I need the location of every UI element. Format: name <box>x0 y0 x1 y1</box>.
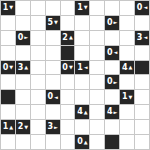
grid-cell[interactable] <box>75 75 89 89</box>
clue-arrow-icon: ◄ <box>84 65 88 70</box>
grid-cell[interactable] <box>31 31 45 45</box>
grid-cell[interactable] <box>46 61 60 75</box>
clue-number: 0 <box>18 34 24 42</box>
black-cell <box>105 135 119 149</box>
clue-number: 4 <box>122 64 128 72</box>
grid-cell[interactable] <box>105 120 119 134</box>
grid-cell[interactable] <box>135 46 149 60</box>
grid-cell[interactable] <box>31 90 45 104</box>
grid-cell[interactable] <box>105 61 119 75</box>
grid-cell[interactable] <box>90 1 104 15</box>
clue-number: 3 <box>137 34 143 42</box>
black-cell <box>1 90 15 104</box>
clue-cell: 2▼ <box>16 120 30 134</box>
grid-cell[interactable] <box>1 46 15 60</box>
grid-cell[interactable] <box>16 90 30 104</box>
clue-number: 1 <box>122 93 128 101</box>
black-cell <box>61 46 75 60</box>
clue-number: 0 <box>3 64 9 72</box>
grid-cell[interactable] <box>135 135 149 149</box>
grid-cell[interactable] <box>31 1 45 15</box>
grid-cell[interactable] <box>46 31 60 45</box>
clue-arrow-icon: ► <box>114 110 118 115</box>
yajilin-board: 1▼1▼0◄5▼0►0►2▲3◄0◄0▼3▲0▼1◄4▲0►0◄1▼4▲4►1▲… <box>0 0 150 150</box>
clue-number: 3 <box>18 64 24 72</box>
clue-arrow-icon: ▲ <box>129 65 133 70</box>
grid-cell[interactable] <box>90 135 104 149</box>
clue-cell: 0► <box>105 75 119 89</box>
grid-cell[interactable] <box>16 135 30 149</box>
clue-cell: 0► <box>16 31 30 45</box>
clue-cell: 2▲ <box>61 31 75 45</box>
grid-cell[interactable] <box>105 31 119 45</box>
grid-cell[interactable] <box>135 105 149 119</box>
clue-number: 2 <box>18 123 24 131</box>
clue-arrow-icon: ◄ <box>114 50 118 55</box>
grid-cell[interactable] <box>61 75 75 89</box>
grid-cell[interactable] <box>31 61 45 75</box>
clue-number: 0 <box>47 93 53 101</box>
grid-cell[interactable] <box>31 105 45 119</box>
grid-cell[interactable] <box>46 105 60 119</box>
clue-cell: 1▼ <box>1 1 15 15</box>
clue-number: 0 <box>107 78 113 86</box>
clue-cell: 0► <box>105 16 119 30</box>
grid-cell[interactable] <box>105 90 119 104</box>
grid-cell[interactable] <box>90 61 104 75</box>
grid-cell[interactable] <box>16 16 30 30</box>
clue-arrow-icon: ▲ <box>84 110 88 115</box>
clue-arrow-icon: ▼ <box>54 20 58 25</box>
clue-number: 1 <box>77 4 83 12</box>
clue-arrow-icon: ▼ <box>69 65 73 70</box>
clue-arrow-icon: ► <box>54 125 58 130</box>
clue-cell: 1▼ <box>120 90 134 104</box>
grid-cell[interactable] <box>120 120 134 134</box>
clue-arrow-icon: ◄ <box>143 35 147 40</box>
grid-cell[interactable] <box>61 1 75 15</box>
clue-number: 1 <box>77 64 83 72</box>
clue-number: 0 <box>77 138 83 146</box>
grid-cell[interactable] <box>75 120 89 134</box>
clue-number: 3 <box>47 123 53 131</box>
clue-arrow-icon: ◄ <box>143 5 147 10</box>
clue-arrow-icon: ▼ <box>24 125 28 130</box>
grid-cell[interactable] <box>61 135 75 149</box>
clue-cell: 0◄ <box>105 46 119 60</box>
grid-cell[interactable] <box>90 16 104 30</box>
clue-cell: 0◄ <box>46 90 60 104</box>
clue-arrow-icon: ▼ <box>129 95 133 100</box>
clue-number: 4 <box>107 108 113 116</box>
grid-cell[interactable] <box>1 31 15 45</box>
clue-cell: 3▲ <box>16 61 30 75</box>
grid-cell[interactable] <box>31 16 45 30</box>
grid-cell[interactable] <box>120 16 134 30</box>
grid-cell[interactable] <box>61 90 75 104</box>
clue-arrow-icon: ▼ <box>84 5 88 10</box>
grid-cell[interactable] <box>135 16 149 30</box>
clue-cell: 5▼ <box>46 16 60 30</box>
grid-cell[interactable] <box>135 75 149 89</box>
clue-cell: 0◄ <box>135 1 149 15</box>
grid-cell[interactable] <box>16 75 30 89</box>
grid-cell[interactable] <box>105 1 119 15</box>
clue-number: 2 <box>62 34 68 42</box>
clue-cell: 0▼ <box>61 61 75 75</box>
grid-cell[interactable] <box>46 46 60 60</box>
clue-cell: 3► <box>46 120 60 134</box>
grid-cell[interactable] <box>31 135 45 149</box>
grid-cell[interactable] <box>90 90 104 104</box>
grid-cell[interactable] <box>90 31 104 45</box>
grid-cell[interactable] <box>46 135 60 149</box>
grid-cell[interactable] <box>16 105 30 119</box>
clue-number: 0 <box>107 49 113 57</box>
grid-cell[interactable] <box>16 46 30 60</box>
grid-cell[interactable] <box>135 120 149 134</box>
grid-cell[interactable] <box>1 105 15 119</box>
clue-arrow-icon: ▲ <box>24 65 28 70</box>
clue-number: 0 <box>137 4 143 12</box>
grid-cell[interactable] <box>61 16 75 30</box>
grid-cell[interactable] <box>46 75 60 89</box>
clue-cell: 4▲ <box>120 61 134 75</box>
clue-number: 0 <box>107 19 113 27</box>
clue-arrow-icon: ► <box>114 80 118 85</box>
grid-cell[interactable] <box>120 105 134 119</box>
clue-cell: 1▼ <box>75 1 89 15</box>
clue-number: 1 <box>3 123 9 131</box>
grid-cell[interactable] <box>1 16 15 30</box>
grid-cell[interactable] <box>90 46 104 60</box>
grid-cell[interactable] <box>75 90 89 104</box>
grid-cell[interactable] <box>46 1 60 15</box>
grid-cell[interactable] <box>120 46 134 60</box>
clue-arrow-icon: ▲ <box>84 140 88 145</box>
grid-cell[interactable] <box>75 31 89 45</box>
grid-cell[interactable] <box>16 1 30 15</box>
grid-cell[interactable] <box>61 120 75 134</box>
grid-cell[interactable] <box>120 31 134 45</box>
clue-number: 4 <box>77 108 83 116</box>
clue-cell: 4► <box>105 105 119 119</box>
grid-cell[interactable] <box>31 120 45 134</box>
clue-number: 1 <box>3 4 9 12</box>
grid-cell[interactable] <box>31 75 45 89</box>
clue-cell: 0▼ <box>1 61 15 75</box>
clue-cell: 1◄ <box>75 61 89 75</box>
clue-arrow-icon: ► <box>114 20 118 25</box>
grid-cell[interactable] <box>120 1 134 15</box>
clue-arrow-icon: ◄ <box>54 95 58 100</box>
grid-cell[interactable] <box>90 105 104 119</box>
clue-cell: 0▲ <box>75 135 89 149</box>
clue-arrow-icon: ▼ <box>9 65 13 70</box>
clue-arrow-icon: ▲ <box>69 35 73 40</box>
clue-arrow-icon: ▼ <box>9 5 13 10</box>
clue-arrow-icon: ▲ <box>9 125 13 130</box>
grid-cell[interactable] <box>90 120 104 134</box>
grid-cell[interactable] <box>120 135 134 149</box>
clue-cell: 4▲ <box>75 105 89 119</box>
grid-cell[interactable] <box>120 75 134 89</box>
grid-cell[interactable] <box>75 46 89 60</box>
clue-cell: 3◄ <box>135 31 149 45</box>
grid-cell[interactable] <box>1 135 15 149</box>
black-cell <box>135 61 149 75</box>
grid-cell[interactable] <box>61 105 75 119</box>
grid-cell[interactable] <box>75 16 89 30</box>
clue-arrow-icon: ► <box>24 35 28 40</box>
clue-cell: 1▲ <box>1 120 15 134</box>
grid-cell[interactable] <box>135 90 149 104</box>
grid-cell[interactable] <box>31 46 45 60</box>
grid-cell[interactable] <box>1 75 15 89</box>
grid-cell[interactable] <box>90 75 104 89</box>
clue-number: 0 <box>62 64 68 72</box>
clue-number: 5 <box>47 19 53 27</box>
